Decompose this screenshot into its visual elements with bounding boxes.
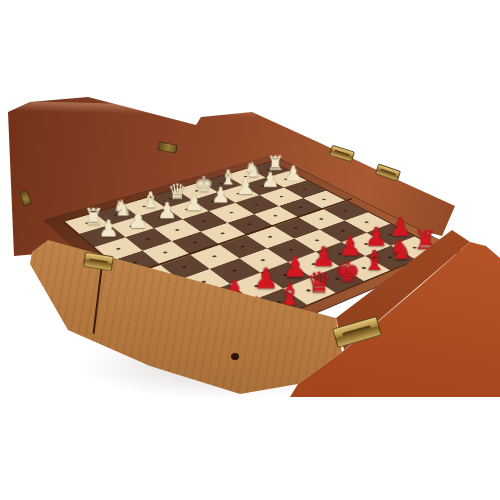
square-h4[interactable] [323,201,368,221]
piece-ivory-pawn[interactable]: ♟ [128,209,148,232]
piece-ivory-pawn[interactable]: ♟ [236,177,255,198]
piece-ivory-pawn[interactable]: ♟ [211,184,230,205]
piece-ivory-pawn[interactable]: ♟ [284,163,302,183]
piece-red-bishop[interactable]: ♝ [363,247,387,274]
piece-ivory-pawn[interactable]: ♟ [157,200,177,222]
piece-ivory-pawn[interactable]: ♟ [184,192,204,214]
piece-red-queen[interactable]: ♛ [306,269,332,298]
piece-red-knight[interactable]: ♞ [389,237,413,264]
piece-ivory-pawn[interactable]: ♟ [261,170,280,191]
piece-red-pawn[interactable]: ♟ [253,264,278,292]
piece-ivory-pawn[interactable]: ♟ [98,218,119,241]
lock-knob [231,353,239,360]
piece-red-king[interactable]: ♚ [335,258,360,286]
photo-stage: ♜♞♝♛♚♝♞♜♟♟♟♟♟♟♟♟♟♟♟♟♟♟♟♟♜♞♝♛♚♝♞♜ [0,0,500,500]
